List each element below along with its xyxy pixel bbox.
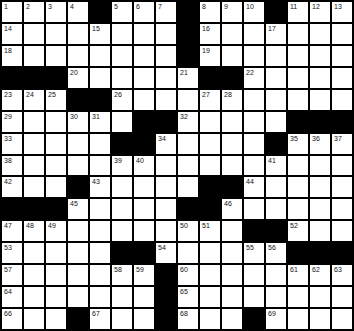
clue-number-39: 39 xyxy=(114,157,122,164)
grid-cell-r10-c7[interactable] xyxy=(134,199,154,219)
grid-cell-r14-c14[interactable] xyxy=(288,287,308,307)
grid-cell-r14-c9[interactable]: 65 xyxy=(178,287,198,307)
clue-number-62: 62 xyxy=(312,266,320,273)
grid-cell-r4-c15[interactable] xyxy=(310,68,330,88)
clue-number-25: 25 xyxy=(48,91,56,98)
grid-cell-r13-c12[interactable] xyxy=(244,265,264,285)
clue-number-34: 34 xyxy=(158,135,166,142)
grid-cell-r13-c4[interactable] xyxy=(68,265,88,285)
grid-cell-r8-c9[interactable] xyxy=(178,156,198,176)
grid-cell-r11-c2[interactable]: 48 xyxy=(24,221,44,241)
grid-cell-r3-c10[interactable]: 19 xyxy=(200,46,220,66)
grid-cell-r1-c6[interactable]: 5 xyxy=(112,2,132,22)
clue-number-57: 57 xyxy=(4,266,12,273)
grid-cell-r8-c1[interactable]: 38 xyxy=(2,156,22,176)
clue-number-13: 13 xyxy=(334,3,342,10)
grid-cell-r9-c5[interactable]: 43 xyxy=(90,177,110,197)
black-cell-r9-c11 xyxy=(222,177,242,197)
grid-cell-r3-c12[interactable] xyxy=(244,46,264,66)
crossword-grid: 1234567891011121314151617181920212223242… xyxy=(0,0,354,331)
clue-number-59: 59 xyxy=(136,266,144,273)
grid-cell-r7-c14[interactable]: 35 xyxy=(288,134,308,154)
black-cell-r11-c12 xyxy=(244,221,264,241)
clue-number-65: 65 xyxy=(180,288,188,295)
clue-number-32: 32 xyxy=(180,113,188,120)
grid-cell-r3-c3[interactable] xyxy=(46,46,66,66)
grid-cell-r4-c9[interactable]: 21 xyxy=(178,68,198,88)
grid-cell-r2-c13[interactable]: 17 xyxy=(266,24,286,44)
grid-cell-r14-c11[interactable] xyxy=(222,287,242,307)
black-cell-r12-c6 xyxy=(112,243,132,263)
grid-cell-r9-c14[interactable] xyxy=(288,177,308,197)
grid-cell-r4-c7[interactable] xyxy=(134,68,154,88)
black-cell-r11-c13 xyxy=(266,221,286,241)
grid-cell-r6-c2[interactable] xyxy=(24,112,44,132)
grid-cell-r14-c16[interactable] xyxy=(332,287,352,307)
grid-cell-r9-c2[interactable] xyxy=(24,177,44,197)
clue-number-30: 30 xyxy=(70,113,78,120)
grid-cell-r8-c14[interactable] xyxy=(288,156,308,176)
clue-number-26: 26 xyxy=(114,91,122,98)
grid-cell-r4-c13[interactable] xyxy=(266,68,286,88)
grid-cell-r13-c16[interactable]: 63 xyxy=(332,265,352,285)
grid-cell-r5-c14[interactable] xyxy=(288,90,308,110)
grid-cell-r8-c15[interactable] xyxy=(310,156,330,176)
grid-cell-r1-c12[interactable]: 10 xyxy=(244,2,264,22)
black-cell-r6-c15 xyxy=(310,112,330,132)
grid-cell-r1-c3[interactable]: 3 xyxy=(46,2,66,22)
black-cell-r9-c4 xyxy=(68,177,88,197)
grid-cell-r10-c4[interactable]: 45 xyxy=(68,199,88,219)
clue-number-41: 41 xyxy=(268,157,276,164)
grid-cell-r8-c11[interactable] xyxy=(222,156,242,176)
clue-number-27: 27 xyxy=(202,91,210,98)
clue-number-42: 42 xyxy=(4,178,12,185)
black-cell-r10-c3 xyxy=(46,199,66,219)
grid-cell-r13-c13[interactable] xyxy=(266,265,286,285)
black-cell-r5-c4 xyxy=(68,90,88,110)
grid-cell-r4-c5[interactable] xyxy=(90,68,110,88)
grid-cell-r14-c2[interactable] xyxy=(24,287,44,307)
grid-cell-r2-c15[interactable] xyxy=(310,24,330,44)
grid-cell-r14-c7[interactable] xyxy=(134,287,154,307)
black-cell-r9-c10 xyxy=(200,177,220,197)
grid-cell-r10-c8[interactable] xyxy=(156,199,176,219)
grid-cell-r2-c16[interactable] xyxy=(332,24,352,44)
grid-cell-r12-c10[interactable] xyxy=(200,243,220,263)
clue-number-58: 58 xyxy=(114,266,122,273)
grid-cell-r12-c9[interactable] xyxy=(178,243,198,263)
grid-cell-r15-c7[interactable] xyxy=(134,309,154,329)
grid-cell-r2-c10[interactable]: 16 xyxy=(200,24,220,44)
black-cell-r1-c5 xyxy=(90,2,110,22)
clue-number-37: 37 xyxy=(334,135,342,142)
grid-cell-r12-c2[interactable] xyxy=(24,243,44,263)
grid-cell-r9-c16[interactable] xyxy=(332,177,352,197)
clue-number-47: 47 xyxy=(4,222,12,229)
grid-cell-r11-c3[interactable]: 49 xyxy=(46,221,66,241)
black-cell-r15-c12 xyxy=(244,309,264,329)
grid-cell-r6-c3[interactable] xyxy=(46,112,66,132)
grid-cell-r8-c2[interactable] xyxy=(24,156,44,176)
grid-cell-r10-c16[interactable] xyxy=(332,199,352,219)
grid-cell-r11-c4[interactable] xyxy=(68,221,88,241)
black-cell-r15-c4 xyxy=(68,309,88,329)
grid-cell-r8-c4[interactable] xyxy=(68,156,88,176)
grid-cell-r2-c12[interactable] xyxy=(244,24,264,44)
black-cell-r1-c13 xyxy=(266,2,286,22)
grid-cell-r12-c5[interactable] xyxy=(90,243,110,263)
grid-cell-r8-c6[interactable]: 39 xyxy=(112,156,132,176)
clue-number-21: 21 xyxy=(180,69,188,76)
grid-cell-r12-c11[interactable] xyxy=(222,243,242,263)
grid-cell-r2-c6[interactable] xyxy=(112,24,132,44)
grid-cell-r1-c10[interactable]: 8 xyxy=(200,2,220,22)
clue-number-10: 10 xyxy=(246,3,254,10)
grid-cell-r11-c5[interactable] xyxy=(90,221,110,241)
grid-cell-r7-c15[interactable]: 36 xyxy=(310,134,330,154)
grid-cell-r1-c16[interactable]: 13 xyxy=(332,2,352,22)
grid-cell-r9-c3[interactable] xyxy=(46,177,66,197)
grid-cell-r6-c11[interactable] xyxy=(222,112,242,132)
grid-cell-r1-c1[interactable]: 1 xyxy=(2,2,22,22)
black-cell-r15-c8 xyxy=(156,309,176,329)
grid-cell-r14-c4[interactable] xyxy=(68,287,88,307)
grid-cell-r12-c1[interactable]: 53 xyxy=(2,243,22,263)
clue-number-49: 49 xyxy=(48,222,56,229)
grid-cell-r3-c5[interactable] xyxy=(90,46,110,66)
grid-cell-r12-c3[interactable] xyxy=(46,243,66,263)
grid-cell-r15-c9[interactable]: 68 xyxy=(178,309,198,329)
grid-cell-r15-c1[interactable]: 66 xyxy=(2,309,22,329)
black-cell-r4-c3 xyxy=(46,68,66,88)
black-cell-r6-c16 xyxy=(332,112,352,132)
grid-cell-r5-c8[interactable] xyxy=(156,90,176,110)
grid-cell-r15-c3[interactable] xyxy=(46,309,66,329)
clue-number-33: 33 xyxy=(4,135,12,142)
grid-cell-r2-c11[interactable] xyxy=(222,24,242,44)
grid-cell-r10-c5[interactable] xyxy=(90,199,110,219)
black-cell-r10-c9 xyxy=(178,199,198,219)
grid-cell-r11-c16[interactable] xyxy=(332,221,352,241)
clue-number-5: 5 xyxy=(114,3,118,10)
grid-cell-r13-c9[interactable]: 60 xyxy=(178,265,198,285)
clue-number-14: 14 xyxy=(4,25,12,32)
grid-cell-r5-c1[interactable]: 23 xyxy=(2,90,22,110)
grid-cell-r7-c11[interactable] xyxy=(222,134,242,154)
clue-number-9: 9 xyxy=(224,3,228,10)
grid-cell-r4-c14[interactable] xyxy=(288,68,308,88)
clue-number-12: 12 xyxy=(312,3,320,10)
clue-number-35: 35 xyxy=(290,135,298,142)
grid-cell-r13-c6[interactable]: 58 xyxy=(112,265,132,285)
grid-cell-r1-c15[interactable]: 12 xyxy=(310,2,330,22)
black-cell-r10-c10 xyxy=(200,199,220,219)
grid-cell-r5-c2[interactable]: 24 xyxy=(24,90,44,110)
black-cell-r5-c5 xyxy=(90,90,110,110)
grid-cell-r7-c8[interactable]: 34 xyxy=(156,134,176,154)
clue-number-20: 20 xyxy=(70,69,78,76)
grid-cell-r8-c16[interactable] xyxy=(332,156,352,176)
grid-cell-r15-c11[interactable] xyxy=(222,309,242,329)
grid-cell-r6-c6[interactable] xyxy=(112,112,132,132)
black-cell-r12-c15 xyxy=(310,243,330,263)
grid-cell-r11-c15[interactable] xyxy=(310,221,330,241)
clue-number-56: 56 xyxy=(268,244,276,251)
grid-cell-r14-c12[interactable] xyxy=(244,287,264,307)
clue-number-53: 53 xyxy=(4,244,12,251)
grid-cell-r1-c2[interactable]: 2 xyxy=(24,2,44,22)
grid-cell-r8-c7[interactable]: 40 xyxy=(134,156,154,176)
grid-cell-r14-c5[interactable] xyxy=(90,287,110,307)
grid-cell-r15-c16[interactable] xyxy=(332,309,352,329)
clue-number-66: 66 xyxy=(4,310,12,317)
grid-cell-r13-c10[interactable] xyxy=(200,265,220,285)
grid-cell-r3-c4[interactable] xyxy=(68,46,88,66)
grid-cell-r2-c14[interactable] xyxy=(288,24,308,44)
grid-cell-r13-c7[interactable]: 59 xyxy=(134,265,154,285)
grid-cell-r6-c10[interactable] xyxy=(200,112,220,132)
grid-cell-r10-c13[interactable] xyxy=(266,199,286,219)
clue-number-44: 44 xyxy=(246,178,254,185)
grid-cell-r14-c3[interactable] xyxy=(46,287,66,307)
grid-cell-r10-c15[interactable] xyxy=(310,199,330,219)
grid-cell-r11-c6[interactable] xyxy=(112,221,132,241)
grid-cell-r14-c15[interactable] xyxy=(310,287,330,307)
grid-cell-r7-c16[interactable]: 37 xyxy=(332,134,352,154)
clue-number-24: 24 xyxy=(26,91,34,98)
grid-cell-r13-c1[interactable]: 57 xyxy=(2,265,22,285)
clue-number-40: 40 xyxy=(136,157,144,164)
clue-number-28: 28 xyxy=(224,91,232,98)
grid-cell-r5-c15[interactable] xyxy=(310,90,330,110)
black-cell-r4-c2 xyxy=(24,68,44,88)
grid-cell-r8-c3[interactable] xyxy=(46,156,66,176)
grid-cell-r3-c6[interactable] xyxy=(112,46,132,66)
grid-cell-r7-c10[interactable] xyxy=(200,134,220,154)
clue-number-61: 61 xyxy=(290,266,298,273)
clue-number-15: 15 xyxy=(92,25,100,32)
grid-cell-r14-c13[interactable] xyxy=(266,287,286,307)
grid-cell-r2-c8[interactable] xyxy=(156,24,176,44)
black-cell-r7-c13 xyxy=(266,134,286,154)
clue-number-16: 16 xyxy=(202,25,210,32)
black-cell-r10-c2 xyxy=(24,199,44,219)
grid-cell-r6-c13[interactable] xyxy=(266,112,286,132)
grid-cell-r11-c11[interactable] xyxy=(222,221,242,241)
clue-number-11: 11 xyxy=(290,3,297,10)
grid-cell-r15-c6[interactable] xyxy=(112,309,132,329)
grid-cell-r1-c4[interactable]: 4 xyxy=(68,2,88,22)
grid-cell-r7-c3[interactable] xyxy=(46,134,66,154)
grid-cell-r3-c14[interactable] xyxy=(288,46,308,66)
grid-cell-r3-c1[interactable]: 18 xyxy=(2,46,22,66)
grid-cell-r8-c8[interactable] xyxy=(156,156,176,176)
black-cell-r12-c7 xyxy=(134,243,154,263)
grid-cell-r4-c4[interactable]: 20 xyxy=(68,68,88,88)
clue-number-7: 7 xyxy=(158,3,162,10)
clue-number-1: 1 xyxy=(4,3,8,10)
grid-cell-r8-c12[interactable] xyxy=(244,156,264,176)
grid-cell-r6-c9[interactable]: 32 xyxy=(178,112,198,132)
grid-cell-r13-c15[interactable]: 62 xyxy=(310,265,330,285)
clue-number-48: 48 xyxy=(26,222,34,229)
grid-cell-r3-c11[interactable] xyxy=(222,46,242,66)
grid-cell-r3-c15[interactable] xyxy=(310,46,330,66)
clue-number-6: 6 xyxy=(136,3,140,10)
black-cell-r10-c1 xyxy=(2,199,22,219)
grid-cell-r7-c5[interactable] xyxy=(90,134,110,154)
grid-cell-r12-c4[interactable] xyxy=(68,243,88,263)
black-cell-r6-c8 xyxy=(156,112,176,132)
grid-cell-r1-c11[interactable]: 9 xyxy=(222,2,242,22)
clue-number-51: 51 xyxy=(202,222,210,229)
grid-cell-r10-c6[interactable] xyxy=(112,199,132,219)
grid-cell-r15-c5[interactable]: 67 xyxy=(90,309,110,329)
black-cell-r4-c1 xyxy=(2,68,22,88)
grid-cell-r15-c15[interactable] xyxy=(310,309,330,329)
grid-cell-r3-c16[interactable] xyxy=(332,46,352,66)
grid-cell-r8-c10[interactable] xyxy=(200,156,220,176)
grid-cell-r8-c5[interactable] xyxy=(90,156,110,176)
grid-cell-r2-c3[interactable] xyxy=(46,24,66,44)
clue-number-17: 17 xyxy=(268,25,276,32)
black-cell-r4-c10 xyxy=(200,68,220,88)
grid-cell-r5-c3[interactable]: 25 xyxy=(46,90,66,110)
clue-number-52: 52 xyxy=(290,222,298,229)
grid-cell-r7-c2[interactable] xyxy=(24,134,44,154)
grid-cell-r11-c9[interactable]: 50 xyxy=(178,221,198,241)
black-cell-r6-c7 xyxy=(134,112,154,132)
grid-cell-r1-c14[interactable]: 11 xyxy=(288,2,308,22)
clue-number-67: 67 xyxy=(92,310,100,317)
grid-cell-r11-c14[interactable]: 52 xyxy=(288,221,308,241)
grid-cell-r11-c10[interactable]: 51 xyxy=(200,221,220,241)
clue-number-38: 38 xyxy=(4,157,12,164)
black-cell-r4-c11 xyxy=(222,68,242,88)
grid-cell-r5-c6[interactable]: 26 xyxy=(112,90,132,110)
grid-cell-r15-c2[interactable] xyxy=(24,309,44,329)
grid-cell-r13-c11[interactable] xyxy=(222,265,242,285)
grid-cell-r15-c13[interactable]: 69 xyxy=(266,309,286,329)
grid-cell-r5-c12[interactable] xyxy=(244,90,264,110)
clue-number-23: 23 xyxy=(4,91,12,98)
grid-cell-r3-c13[interactable] xyxy=(266,46,286,66)
grid-cell-r11-c7[interactable] xyxy=(134,221,154,241)
grid-cell-r7-c1[interactable]: 33 xyxy=(2,134,22,154)
grid-cell-r7-c4[interactable] xyxy=(68,134,88,154)
grid-cell-r3-c8[interactable] xyxy=(156,46,176,66)
clue-number-45: 45 xyxy=(70,200,78,207)
grid-cell-r2-c4[interactable] xyxy=(68,24,88,44)
grid-cell-r14-c6[interactable] xyxy=(112,287,132,307)
black-cell-r7-c6 xyxy=(112,134,132,154)
clue-number-60: 60 xyxy=(180,266,188,273)
grid-cell-r4-c12[interactable]: 22 xyxy=(244,68,264,88)
grid-cell-r5-c13[interactable] xyxy=(266,90,286,110)
grid-cell-r9-c15[interactable] xyxy=(310,177,330,197)
grid-cell-r13-c5[interactable] xyxy=(90,265,110,285)
black-cell-r13-c8 xyxy=(156,265,176,285)
clue-number-36: 36 xyxy=(312,135,320,142)
clue-number-8: 8 xyxy=(202,3,206,10)
clue-number-31: 31 xyxy=(92,113,100,120)
black-cell-r14-c8 xyxy=(156,287,176,307)
clue-number-29: 29 xyxy=(4,113,12,120)
clue-number-55: 55 xyxy=(246,244,254,251)
grid-cell-r3-c2[interactable] xyxy=(24,46,44,66)
grid-cell-r14-c1[interactable]: 64 xyxy=(2,287,22,307)
grid-cell-r8-c13[interactable]: 41 xyxy=(266,156,286,176)
clue-number-46: 46 xyxy=(224,200,232,207)
clue-number-22: 22 xyxy=(246,69,254,76)
grid-cell-r4-c8[interactable] xyxy=(156,68,176,88)
grid-cell-r10-c12[interactable] xyxy=(244,199,264,219)
grid-cell-r6-c5[interactable]: 31 xyxy=(90,112,110,132)
grid-cell-r11-c1[interactable]: 47 xyxy=(2,221,22,241)
grid-cell-r9-c9[interactable] xyxy=(178,177,198,197)
grid-cell-r7-c9[interactable] xyxy=(178,134,198,154)
clue-number-18: 18 xyxy=(4,47,12,54)
grid-cell-r5-c11[interactable]: 28 xyxy=(222,90,242,110)
grid-cell-r9-c13[interactable] xyxy=(266,177,286,197)
grid-cell-r14-c10[interactable] xyxy=(200,287,220,307)
grid-cell-r9-c1[interactable]: 42 xyxy=(2,177,22,197)
grid-cell-r2-c7[interactable] xyxy=(134,24,154,44)
grid-cell-r11-c8[interactable] xyxy=(156,221,176,241)
grid-cell-r12-c8[interactable]: 54 xyxy=(156,243,176,263)
grid-cell-r6-c1[interactable]: 29 xyxy=(2,112,22,132)
clue-number-3: 3 xyxy=(48,3,52,10)
grid-cell-r2-c1[interactable]: 14 xyxy=(2,24,22,44)
grid-cell-r5-c9[interactable] xyxy=(178,90,198,110)
grid-cell-r9-c8[interactable] xyxy=(156,177,176,197)
grid-cell-r6-c4[interactable]: 30 xyxy=(68,112,88,132)
grid-cell-r12-c13[interactable]: 56 xyxy=(266,243,286,263)
grid-cell-r13-c3[interactable] xyxy=(46,265,66,285)
grid-cell-r2-c5[interactable]: 15 xyxy=(90,24,110,44)
grid-cell-r13-c2[interactable] xyxy=(24,265,44,285)
grid-cell-r9-c7[interactable] xyxy=(134,177,154,197)
grid-cell-r9-c12[interactable]: 44 xyxy=(244,177,264,197)
grid-cell-r6-c12[interactable] xyxy=(244,112,264,132)
black-cell-r6-c14 xyxy=(288,112,308,132)
grid-cell-r7-c12[interactable] xyxy=(244,134,264,154)
grid-cell-r1-c8[interactable]: 7 xyxy=(156,2,176,22)
grid-cell-r5-c10[interactable]: 27 xyxy=(200,90,220,110)
grid-cell-r12-c12[interactable]: 55 xyxy=(244,243,264,263)
grid-cell-r4-c16[interactable] xyxy=(332,68,352,88)
grid-cell-r15-c14[interactable] xyxy=(288,309,308,329)
grid-cell-r2-c2[interactable] xyxy=(24,24,44,44)
grid-cell-r13-c14[interactable]: 61 xyxy=(288,265,308,285)
clue-number-19: 19 xyxy=(202,47,210,54)
grid-cell-r5-c7[interactable] xyxy=(134,90,154,110)
black-cell-r2-c9 xyxy=(178,24,198,44)
grid-cell-r3-c7[interactable] xyxy=(134,46,154,66)
grid-cell-r9-c6[interactable] xyxy=(112,177,132,197)
clue-number-4: 4 xyxy=(70,3,74,10)
grid-cell-r15-c10[interactable] xyxy=(200,309,220,329)
grid-cell-r5-c16[interactable] xyxy=(332,90,352,110)
clue-number-54: 54 xyxy=(158,244,166,251)
grid-cell-r4-c6[interactable] xyxy=(112,68,132,88)
grid-cell-r1-c7[interactable]: 6 xyxy=(134,2,154,22)
black-cell-r7-c7 xyxy=(134,134,154,154)
grid-cell-r10-c14[interactable] xyxy=(288,199,308,219)
grid-cell-r10-c11[interactable]: 46 xyxy=(222,199,242,219)
clue-number-63: 63 xyxy=(334,266,342,273)
